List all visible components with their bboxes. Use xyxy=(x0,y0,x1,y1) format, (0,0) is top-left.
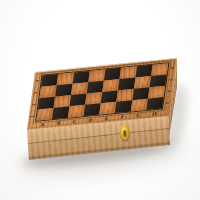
brass-clasp-icon xyxy=(119,124,130,141)
rank-label-right-4: 4 xyxy=(165,64,180,71)
photo-scene: ABCDEFGH 4321 4321 xyxy=(0,0,200,200)
